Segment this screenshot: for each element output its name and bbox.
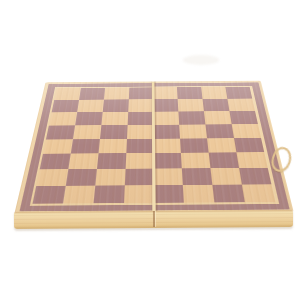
square-g3 (209, 153, 239, 169)
square-d8 (128, 87, 153, 99)
square-c8 (104, 88, 129, 100)
square-h6 (230, 111, 258, 124)
square-f2 (182, 168, 212, 185)
square-c2 (95, 169, 125, 186)
square-h4 (234, 138, 264, 153)
square-h1 (242, 184, 275, 202)
square-e8 (153, 87, 178, 99)
square-f1 (183, 185, 214, 203)
square-e4 (154, 138, 182, 153)
square-a1 (33, 186, 66, 204)
square-b7 (77, 100, 104, 113)
square-e2 (154, 169, 184, 186)
square-e3 (154, 153, 183, 169)
board-front-edge (14, 210, 293, 228)
square-f4 (180, 138, 209, 153)
square-b8 (79, 88, 105, 100)
hinge-reflection (183, 55, 219, 65)
square-b5 (73, 125, 101, 139)
square-d4 (126, 139, 154, 154)
square-a5 (46, 125, 75, 139)
square-a4 (43, 139, 73, 154)
square-c5 (100, 125, 128, 139)
square-d5 (127, 125, 154, 139)
square-c1 (93, 185, 124, 203)
square-g4 (207, 138, 236, 153)
square-d1 (124, 185, 154, 203)
square-h8 (225, 87, 252, 99)
front-edge-seam (153, 211, 155, 227)
square-e7 (153, 99, 179, 112)
square-h5 (232, 124, 261, 138)
square-d6 (127, 112, 153, 125)
square-a3 (40, 154, 71, 170)
square-d7 (128, 99, 153, 112)
square-c3 (97, 153, 126, 169)
square-c4 (98, 139, 126, 154)
square-d3 (125, 153, 154, 169)
square-e5 (153, 124, 180, 138)
square-f8 (177, 87, 202, 99)
square-g2 (211, 168, 242, 185)
square-b1 (63, 186, 95, 204)
square-g1 (213, 185, 245, 203)
square-a7 (52, 100, 79, 113)
square-f6 (179, 111, 206, 124)
square-h7 (227, 98, 255, 111)
square-b2 (66, 169, 97, 186)
chessboard (14, 81, 293, 214)
square-b4 (71, 139, 100, 154)
square-e1 (154, 185, 184, 203)
square-f5 (180, 124, 208, 138)
square-e6 (153, 111, 179, 124)
square-d2 (124, 169, 153, 186)
square-f7 (178, 99, 204, 112)
square-g5 (206, 124, 234, 138)
product-photo (0, 0, 300, 300)
square-f3 (181, 153, 210, 169)
square-a6 (49, 112, 77, 125)
square-a8 (54, 88, 81, 100)
square-g6 (204, 111, 232, 124)
square-g7 (203, 99, 230, 112)
board-scene (14, 81, 293, 214)
square-h3 (237, 152, 268, 168)
square-g8 (201, 87, 227, 99)
square-b6 (75, 112, 102, 125)
square-c6 (101, 112, 128, 125)
square-b3 (68, 154, 98, 170)
square-h2 (239, 168, 271, 185)
square-a2 (36, 169, 68, 186)
square-c7 (102, 99, 128, 112)
